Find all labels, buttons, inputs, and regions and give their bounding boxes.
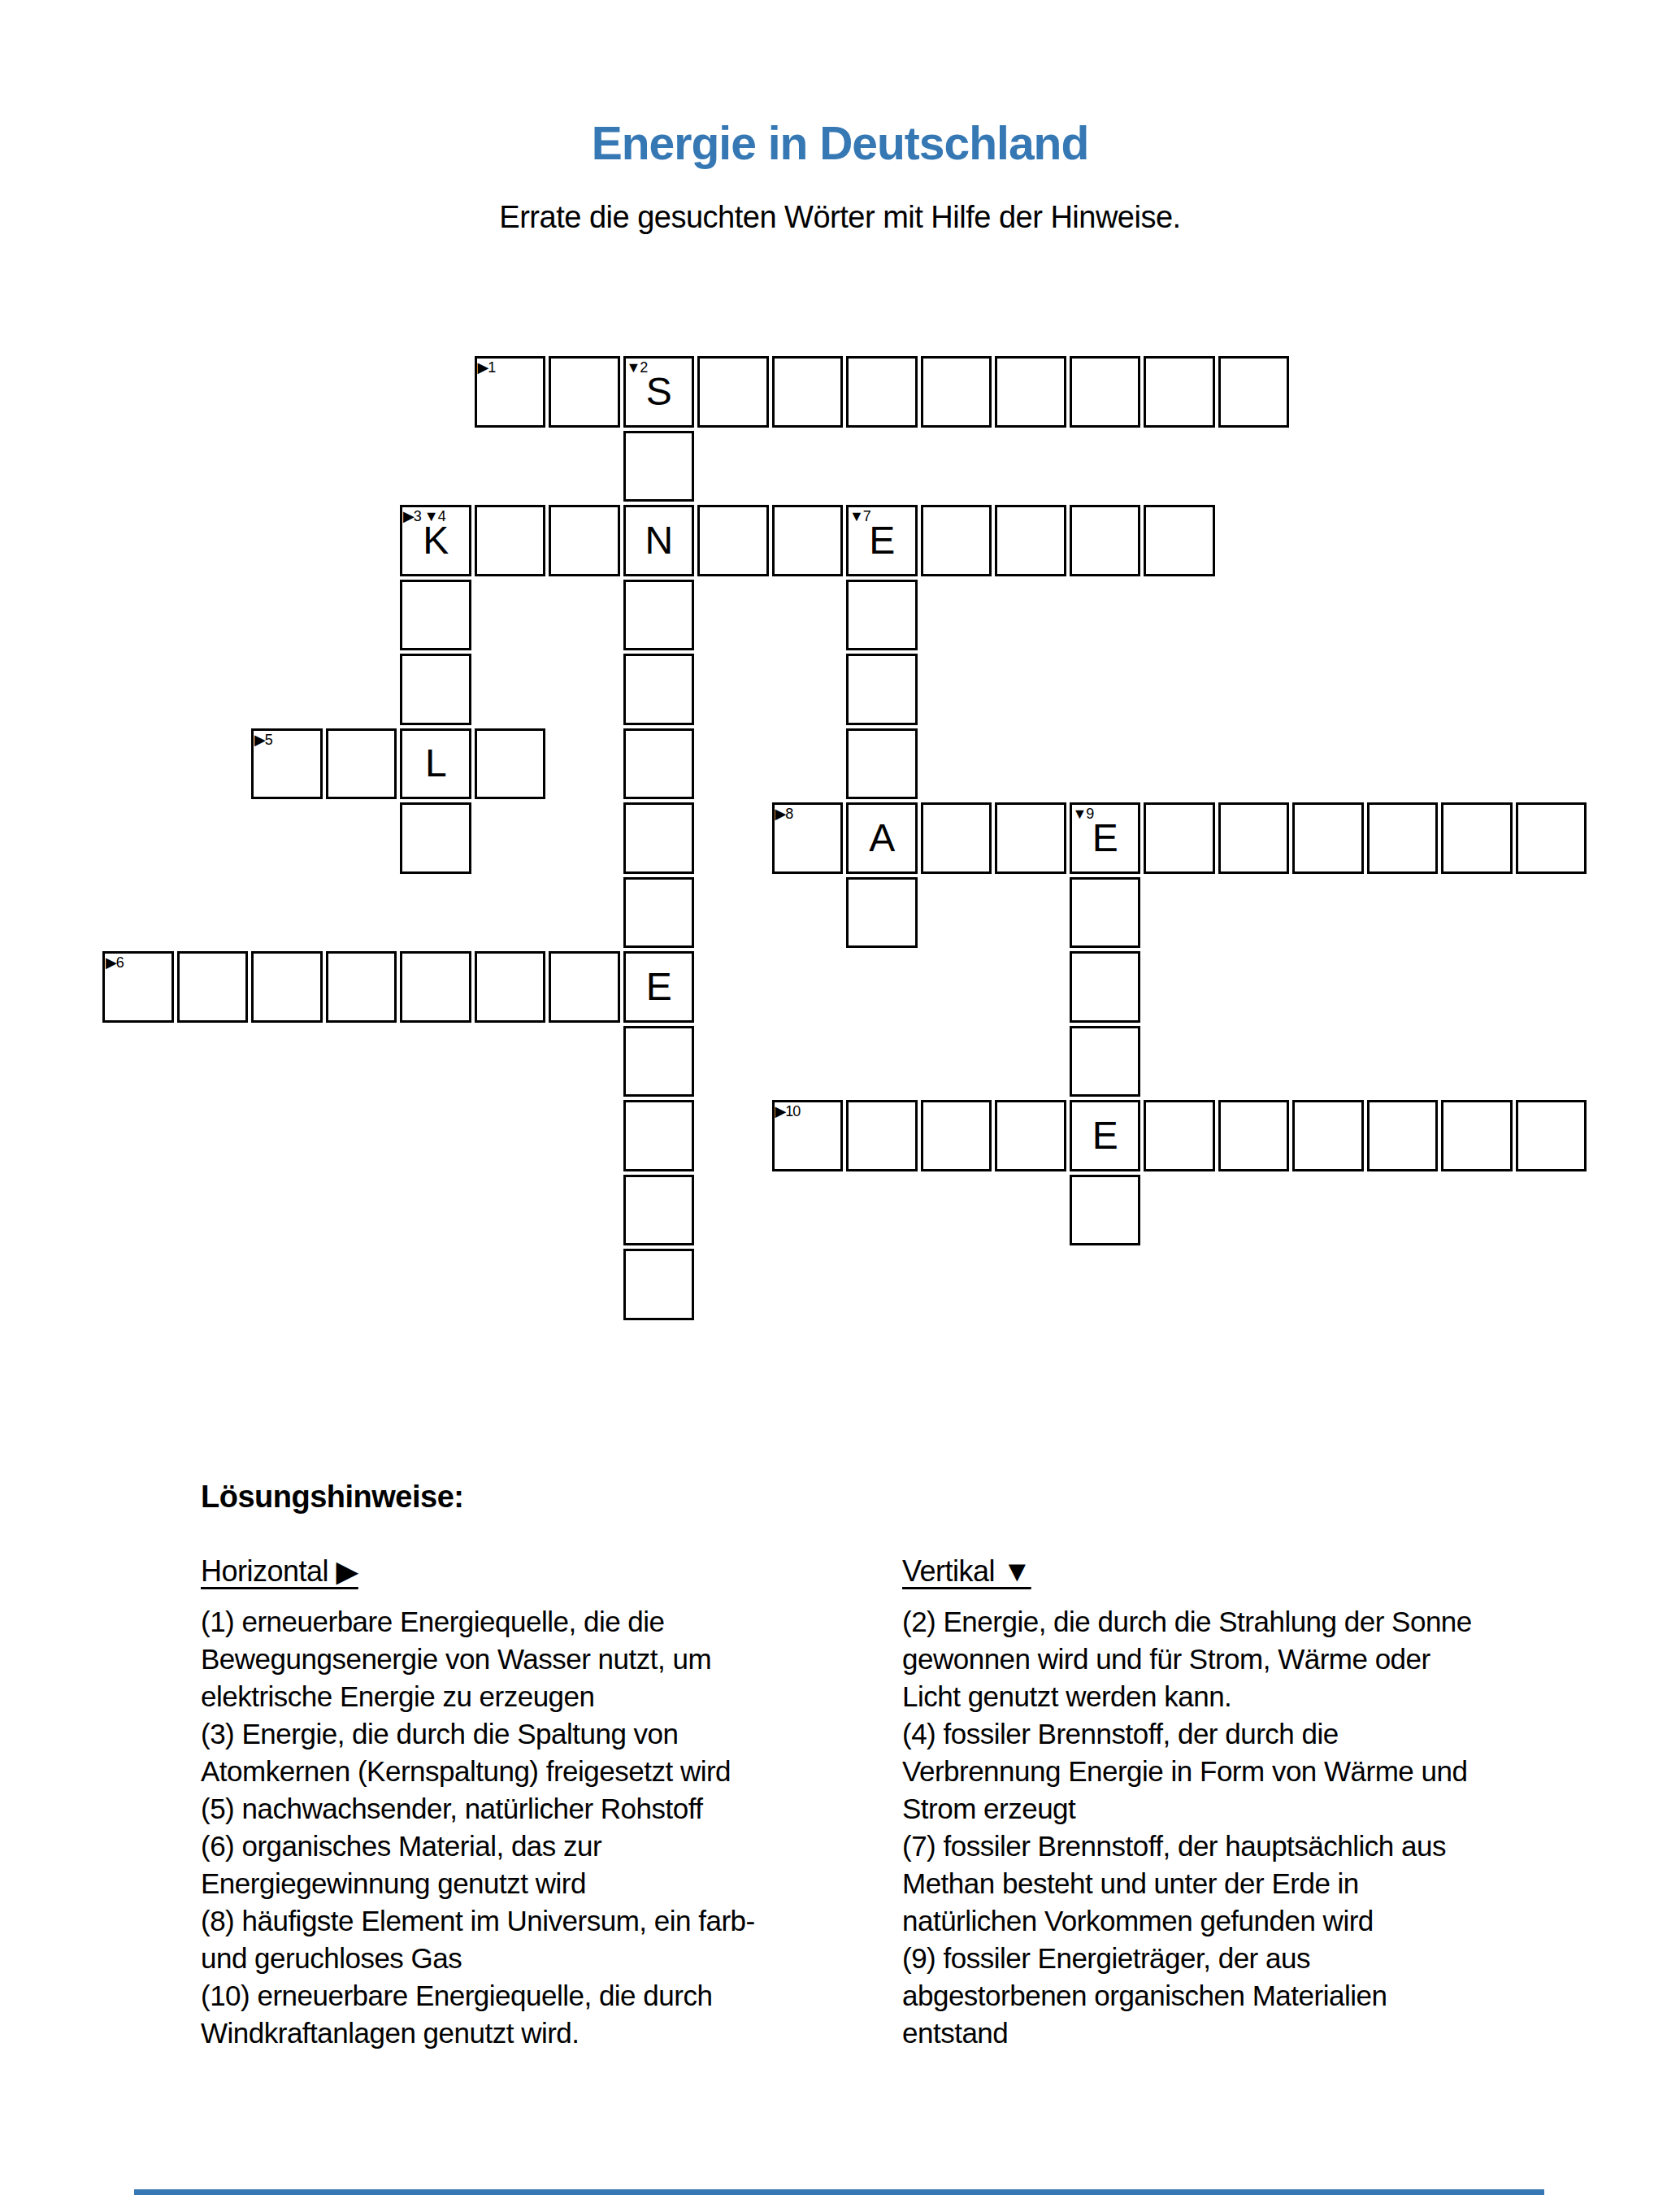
clue-number-label: ▶10 (775, 1103, 801, 1120)
down-clues-list: (2) Energie, die durch die Strahlung der… (902, 1603, 1593, 2052)
grid-cell-r6c12[interactable] (995, 802, 1066, 874)
grid-cell-r10c12[interactable] (995, 1100, 1066, 1171)
empty-space (1217, 727, 1291, 802)
prefilled-letter: E (646, 967, 671, 1006)
empty-space (1142, 652, 1217, 727)
clue-line: entstand (902, 2015, 1593, 2052)
empty-space (919, 1247, 994, 1322)
grid-cell-r3c4[interactable] (400, 580, 471, 651)
empty-space (324, 578, 399, 653)
grid-cell-r5c5[interactable] (475, 728, 546, 800)
empty-space (101, 429, 176, 504)
clue-line: abgestorbenen organischen Materialien (902, 1977, 1593, 2015)
empty-space (176, 503, 250, 578)
empty-space (1365, 429, 1440, 504)
empty-space (398, 1024, 473, 1099)
clue-number-label: ▶5 (254, 732, 272, 749)
empty-space (771, 727, 845, 802)
empty-space (1365, 950, 1440, 1024)
grid-cell-r11c7[interactable] (623, 1175, 695, 1246)
empty-space (547, 801, 622, 876)
clue-line: (5) nachwachsender, natürlicher Rohstoff (201, 1790, 875, 1828)
grid-cell-r9c7[interactable] (623, 1026, 695, 1097)
grid-cell-r5c2[interactable]: ▶5 (251, 728, 323, 800)
empty-space (473, 1098, 548, 1173)
empty-space (324, 354, 399, 429)
empty-space (176, 429, 250, 504)
grid-cell-r10c9[interactable]: ▶10 (772, 1100, 844, 1171)
empty-space (101, 727, 176, 802)
empty-space (919, 578, 994, 653)
clue-number-label: ▼2 (627, 359, 648, 376)
empty-space (101, 578, 176, 653)
grid-cell-r8c6[interactable] (549, 951, 620, 1023)
grid-cell-r8c1[interactable] (177, 951, 249, 1023)
empty-space (1068, 429, 1143, 504)
empty-space (398, 1247, 473, 1322)
empty-space (250, 578, 324, 653)
grid-cell-r12c7[interactable] (623, 1249, 695, 1320)
grid-cell-r3c10[interactable] (846, 580, 918, 651)
empty-space (1439, 1247, 1514, 1322)
grid-cell-r6c19[interactable] (1516, 802, 1587, 874)
empty-space (993, 1173, 1068, 1248)
prefilled-letter: A (869, 819, 894, 858)
empty-space (696, 801, 771, 876)
grid-cell-r0c6[interactable] (549, 356, 620, 428)
empty-space (1365, 354, 1440, 429)
empty-space (324, 1098, 399, 1173)
empty-space (1217, 1173, 1291, 1248)
empty-space (1291, 354, 1365, 429)
grid-cell-r4c10[interactable] (846, 654, 918, 725)
worksheet-page: Energie in Deutschland Errate die gesuch… (0, 0, 1680, 2195)
grid-cell-r2c13[interactable] (1070, 505, 1141, 576)
empty-space (176, 1173, 250, 1248)
empty-space (993, 1247, 1068, 1322)
clue-number-label: ▼7 (849, 508, 870, 525)
grid-cell-r2c9[interactable] (772, 505, 844, 576)
empty-space (844, 1247, 919, 1322)
prefilled-letter: K (423, 521, 448, 560)
grid-cell-r0c10[interactable] (846, 356, 918, 428)
clue-line: (6) organisches Material, das zur (201, 1828, 875, 1865)
down-clue-7: (7) fossiler Brennstoff, der hauptsächli… (902, 1828, 1593, 1940)
empty-space (1439, 950, 1514, 1024)
empty-space (1142, 876, 1217, 950)
grid-cell-r6c18[interactable] (1441, 802, 1513, 874)
empty-space (1291, 1173, 1365, 1248)
empty-space (1514, 354, 1589, 429)
empty-space (324, 876, 399, 950)
empty-space (250, 1024, 324, 1099)
empty-space (771, 876, 845, 950)
empty-space (1142, 727, 1217, 802)
grid-cell-r0c8[interactable] (697, 356, 769, 428)
grid-cell-r8c13[interactable] (1070, 951, 1141, 1023)
prefilled-letter: E (1092, 819, 1118, 858)
grid-cell-r2c6[interactable] (549, 505, 620, 576)
clue-line: (10) erneuerbare Energiequelle, die durc… (201, 1977, 875, 2015)
grid-cell-r7c13[interactable] (1070, 877, 1141, 949)
empty-space (696, 1247, 771, 1322)
empty-space (1514, 1173, 1589, 1248)
grid-cell-r6c14[interactable] (1144, 802, 1215, 874)
empty-space (101, 801, 176, 876)
grid-cell-r11c13[interactable] (1070, 1175, 1141, 1246)
empty-space (993, 578, 1068, 653)
grid-cell-r5c7[interactable] (623, 728, 695, 800)
empty-space (473, 652, 548, 727)
empty-space (1068, 727, 1143, 802)
grid-cell-r6c17[interactable] (1367, 802, 1439, 874)
empty-space (1439, 652, 1514, 727)
grid-cell-r2c7[interactable]: N (623, 505, 695, 576)
empty-space (1514, 1024, 1589, 1099)
empty-space (547, 1098, 622, 1173)
empty-space (696, 876, 771, 950)
empty-space (1291, 876, 1365, 950)
grid-cell-r8c7[interactable]: E (623, 951, 695, 1023)
empty-space (1291, 578, 1365, 653)
empty-space (250, 429, 324, 504)
empty-space (919, 727, 994, 802)
grid-cell-r4c7[interactable] (623, 654, 695, 725)
grid-cell-r0c11[interactable] (921, 356, 992, 428)
across-clues-list: (1) erneuerbare Energiequelle, die dieBe… (201, 1603, 875, 2052)
clue-line: Verbrennung Energie in Form von Wärme un… (902, 1753, 1593, 1790)
clue-line: Atomkernen (Kernspaltung) freigesetzt wi… (201, 1753, 875, 1790)
across-clue-6: (6) organisches Material, das zurEnergie… (201, 1828, 875, 1902)
empty-space (1514, 727, 1589, 802)
grid-cell-r6c16[interactable] (1292, 802, 1364, 874)
empty-space (1217, 652, 1291, 727)
empty-space (1291, 503, 1365, 578)
empty-space (1068, 1247, 1143, 1322)
empty-space (1217, 876, 1291, 950)
empty-space (1142, 950, 1217, 1024)
empty-space (176, 652, 250, 727)
empty-space (547, 429, 622, 504)
empty-space (696, 727, 771, 802)
grid-cell-r10c16[interactable] (1292, 1100, 1364, 1171)
empty-space (250, 1173, 324, 1248)
grid-cell-r5c3[interactable] (326, 728, 397, 800)
empty-space (473, 876, 548, 950)
grid-cell-r2c14[interactable] (1144, 505, 1215, 576)
grid-cell-r10c10[interactable] (846, 1100, 918, 1171)
grid-cell-r10c7[interactable] (623, 1100, 695, 1171)
grid-cell-r6c7[interactable] (623, 802, 695, 874)
empty-space (844, 950, 919, 1024)
empty-space (176, 801, 250, 876)
empty-space (993, 652, 1068, 727)
empty-space (1514, 1247, 1589, 1322)
empty-space (473, 801, 548, 876)
across-clue-5: (5) nachwachsender, natürlicher Rohstoff (201, 1790, 875, 1828)
empty-space (101, 652, 176, 727)
grid-cell-r10c15[interactable] (1218, 1100, 1290, 1171)
grid-cell-r7c10[interactable] (846, 877, 918, 949)
instructions: Errate die gesuchten Wörter mit Hilfe de… (0, 200, 1680, 235)
empty-space (696, 429, 771, 504)
empty-space (1142, 1247, 1217, 1322)
empty-space (1142, 578, 1217, 653)
grid-cell-r5c10[interactable] (846, 728, 918, 800)
empty-space (1439, 354, 1514, 429)
grid-cell-r0c9[interactable] (772, 356, 844, 428)
empty-space (324, 1024, 399, 1099)
clue-line: und geruchloses Gas (201, 1940, 875, 1977)
clue-line: (1) erneuerbare Energiequelle, die die (201, 1603, 875, 1641)
empty-space (771, 1247, 845, 1322)
across-heading: Horizontal ▶ (201, 1554, 875, 1589)
grid-cell-r6c10[interactable]: A (846, 802, 918, 874)
grid-cell-r2c8[interactable] (697, 505, 769, 576)
grid-cell-r10c13[interactable]: E (1070, 1100, 1141, 1171)
empty-space (1365, 1024, 1440, 1099)
empty-space (1365, 727, 1440, 802)
empty-space (101, 503, 176, 578)
empty-space (176, 1024, 250, 1099)
across-clue-1: (1) erneuerbare Energiequelle, die dieBe… (201, 1603, 875, 1715)
empty-space (101, 1098, 176, 1173)
clue-line: (4) fossiler Brennstoff, der durch die (902, 1715, 1593, 1753)
empty-space (473, 578, 548, 653)
empty-space (473, 1024, 548, 1099)
across-clue-8: (8) häufigste Element im Universum, ein … (201, 1902, 875, 1977)
empty-space (1514, 950, 1589, 1024)
empty-space (1365, 1173, 1440, 1248)
clue-line: elektrische Energie zu erzeugen (201, 1678, 875, 1715)
empty-space (176, 1247, 250, 1322)
grid-cell-r4c4[interactable] (400, 654, 471, 725)
clue-line: (2) Energie, die durch die Strahlung der… (902, 1603, 1593, 1641)
down-clue-4: (4) fossiler Brennstoff, der durch dieVe… (902, 1715, 1593, 1828)
empty-space (398, 1173, 473, 1248)
empty-space (1217, 578, 1291, 653)
across-clue-3: (3) Energie, die durch die Spaltung vonA… (201, 1715, 875, 1790)
empty-space (1291, 1024, 1365, 1099)
grid-cell-r0c14[interactable] (1144, 356, 1215, 428)
empty-space (1365, 876, 1440, 950)
clue-line: (7) fossiler Brennstoff, der hauptsächli… (902, 1828, 1593, 1865)
empty-space (1439, 876, 1514, 950)
empty-space (473, 1173, 548, 1248)
prefilled-letter: L (425, 744, 446, 783)
down-clue-2: (2) Energie, die durch die Strahlung der… (902, 1603, 1593, 1715)
clue-line: (3) Energie, die durch die Spaltung von (201, 1715, 875, 1753)
empty-space (547, 1173, 622, 1248)
grid-cell-r6c11[interactable] (921, 802, 992, 874)
empty-space (993, 429, 1068, 504)
prefilled-letter: E (869, 521, 894, 560)
across-clues-column: Horizontal ▶ (1) erneuerbare Energiequel… (201, 1554, 875, 2052)
grid-cell-r10c11[interactable] (921, 1100, 992, 1171)
empty-space (1217, 1024, 1291, 1099)
empty-space (1068, 578, 1143, 653)
empty-space (1291, 429, 1365, 504)
prefilled-letter: S (646, 372, 671, 411)
grid-cell-r2c11[interactable] (921, 505, 992, 576)
grid-cell-r8c4[interactable] (400, 951, 471, 1023)
empty-space (250, 876, 324, 950)
empty-space (696, 950, 771, 1024)
grid-cell-r0c5[interactable]: ▶1 (475, 356, 546, 428)
footer-bar (134, 2189, 1544, 2195)
empty-space (1217, 1247, 1291, 1322)
grid-cell-r8c5[interactable] (475, 951, 546, 1023)
clue-line: (9) fossiler Energieträger, der aus (902, 1940, 1593, 1977)
empty-space (1514, 876, 1589, 950)
empty-space (1142, 1173, 1217, 1248)
empty-space (547, 1024, 622, 1099)
empty-space (696, 578, 771, 653)
grid-cell-r5c4[interactable]: L (400, 728, 471, 800)
grid-cell-r6c13[interactable]: ▼9E (1070, 802, 1141, 874)
clue-line: natürlichen Vorkommen gefunden wird (902, 1902, 1593, 1940)
grid-cell-r0c15[interactable] (1218, 356, 1290, 428)
empty-space (324, 429, 399, 504)
empty-space (993, 950, 1068, 1024)
empty-space (1142, 429, 1217, 504)
clue-line: (8) häufigste Element im Universum, ein … (201, 1902, 875, 1940)
empty-space (250, 354, 324, 429)
empty-space (176, 876, 250, 950)
grid-cell-r10c17[interactable] (1367, 1100, 1439, 1171)
down-clues-column: Vertikal ▼ (2) Energie, die durch die St… (902, 1554, 1593, 2052)
empty-space (1217, 950, 1291, 1024)
empty-space (1439, 1024, 1514, 1099)
empty-space (771, 950, 845, 1024)
crossword-grid: ▶1▼2S▶3 ▼4KN▼7E▶5L▶8A▼9E▶6E▶10E (101, 354, 1588, 1322)
prefilled-letter: E (1092, 1116, 1118, 1155)
empty-space (696, 1098, 771, 1173)
empty-space (324, 1247, 399, 1322)
empty-space (1365, 578, 1440, 653)
grid-cell-r8c2[interactable] (251, 951, 323, 1023)
grid-cell-r0c7[interactable]: ▼2S (623, 356, 695, 428)
empty-space (250, 801, 324, 876)
clue-number-label: ▶1 (478, 359, 496, 376)
grid-cell-r10c14[interactable] (1144, 1100, 1215, 1171)
grid-cell-r8c0[interactable]: ▶6 (102, 951, 174, 1023)
grid-cell-r6c9[interactable]: ▶8 (772, 802, 844, 874)
empty-space (176, 1098, 250, 1173)
empty-space (1439, 727, 1514, 802)
empty-space (919, 1024, 994, 1099)
grid-cell-r6c4[interactable] (400, 802, 471, 874)
empty-space (1365, 652, 1440, 727)
empty-space (1365, 503, 1440, 578)
empty-space (1514, 429, 1589, 504)
empty-space (696, 1024, 771, 1099)
empty-space (1514, 578, 1589, 653)
empty-space (547, 876, 622, 950)
empty-space (696, 652, 771, 727)
empty-space (473, 429, 548, 504)
grid-cell-r0c12[interactable] (995, 356, 1066, 428)
empty-space (250, 503, 324, 578)
empty-space (919, 1173, 994, 1248)
empty-space (101, 1024, 176, 1099)
empty-space (398, 1098, 473, 1173)
empty-space (398, 354, 473, 429)
empty-space (1142, 1024, 1217, 1099)
clue-number-label: ▶8 (775, 806, 793, 823)
empty-space (176, 354, 250, 429)
empty-space (547, 578, 622, 653)
clue-number-label: ▶3 ▼4 (403, 508, 445, 525)
down-clue-9: (9) fossiler Energieträger, der ausabges… (902, 1940, 1593, 2052)
empty-space (1217, 429, 1291, 504)
empty-space (844, 1173, 919, 1248)
empty-space (771, 429, 845, 504)
empty-space (1291, 950, 1365, 1024)
empty-space (324, 1173, 399, 1248)
empty-space (1217, 503, 1291, 578)
clue-line: gewonnen wird und für Strom, Wärme oder (902, 1641, 1593, 1678)
empty-space (1439, 578, 1514, 653)
empty-space (919, 429, 994, 504)
grid-cell-r7c7[interactable] (623, 877, 695, 949)
empty-space (1291, 652, 1365, 727)
clue-line: Energiegewinnung genutzt wird (201, 1865, 875, 1902)
empty-space (250, 1247, 324, 1322)
grid-cell-r9c13[interactable] (1070, 1026, 1141, 1097)
empty-space (324, 801, 399, 876)
grid-cell-r1c7[interactable] (623, 431, 695, 502)
clue-line: Licht genutzt werden kann. (902, 1678, 1593, 1715)
empty-space (1514, 652, 1589, 727)
grid-cell-r8c3[interactable] (326, 951, 397, 1023)
empty-space (101, 354, 176, 429)
grid-cell-r2c5[interactable] (475, 505, 546, 576)
down-heading: Vertikal ▼ (902, 1554, 1593, 1589)
grid-cell-r0c13[interactable] (1070, 356, 1141, 428)
page-title: Energie in Deutschland (0, 116, 1680, 170)
empty-space (101, 1247, 176, 1322)
empty-space (844, 1024, 919, 1099)
grid-cell-r2c4[interactable]: ▶3 ▼4K (400, 505, 471, 576)
grid-cell-r10c19[interactable] (1516, 1100, 1587, 1171)
grid-cell-r3c7[interactable] (623, 580, 695, 651)
empty-space (398, 429, 473, 504)
empty-space (919, 876, 994, 950)
hints-heading: Lösungshinweise: (201, 1480, 463, 1515)
empty-space (771, 1024, 845, 1099)
grid-cell-r10c18[interactable] (1441, 1100, 1513, 1171)
clue-number-label: ▼9 (1073, 806, 1094, 823)
empty-space (101, 1173, 176, 1248)
grid-cell-r6c15[interactable] (1218, 802, 1290, 874)
empty-space (176, 727, 250, 802)
empty-space (771, 652, 845, 727)
clue-line: Strom erzeugt (902, 1790, 1593, 1828)
empty-space (1439, 429, 1514, 504)
across-clue-10: (10) erneuerbare Energiequelle, die durc… (201, 1977, 875, 2052)
empty-space (771, 1173, 845, 1248)
empty-space (324, 652, 399, 727)
empty-space (250, 1098, 324, 1173)
empty-space (1291, 727, 1365, 802)
grid-cell-r2c12[interactable] (995, 505, 1066, 576)
clue-line: Bewegungsenergie von Wasser nutzt, um (201, 1641, 875, 1678)
empty-space (1365, 1247, 1440, 1322)
empty-space (398, 876, 473, 950)
grid-cell-r2c10[interactable]: ▼7E (846, 505, 918, 576)
empty-space (696, 1173, 771, 1248)
